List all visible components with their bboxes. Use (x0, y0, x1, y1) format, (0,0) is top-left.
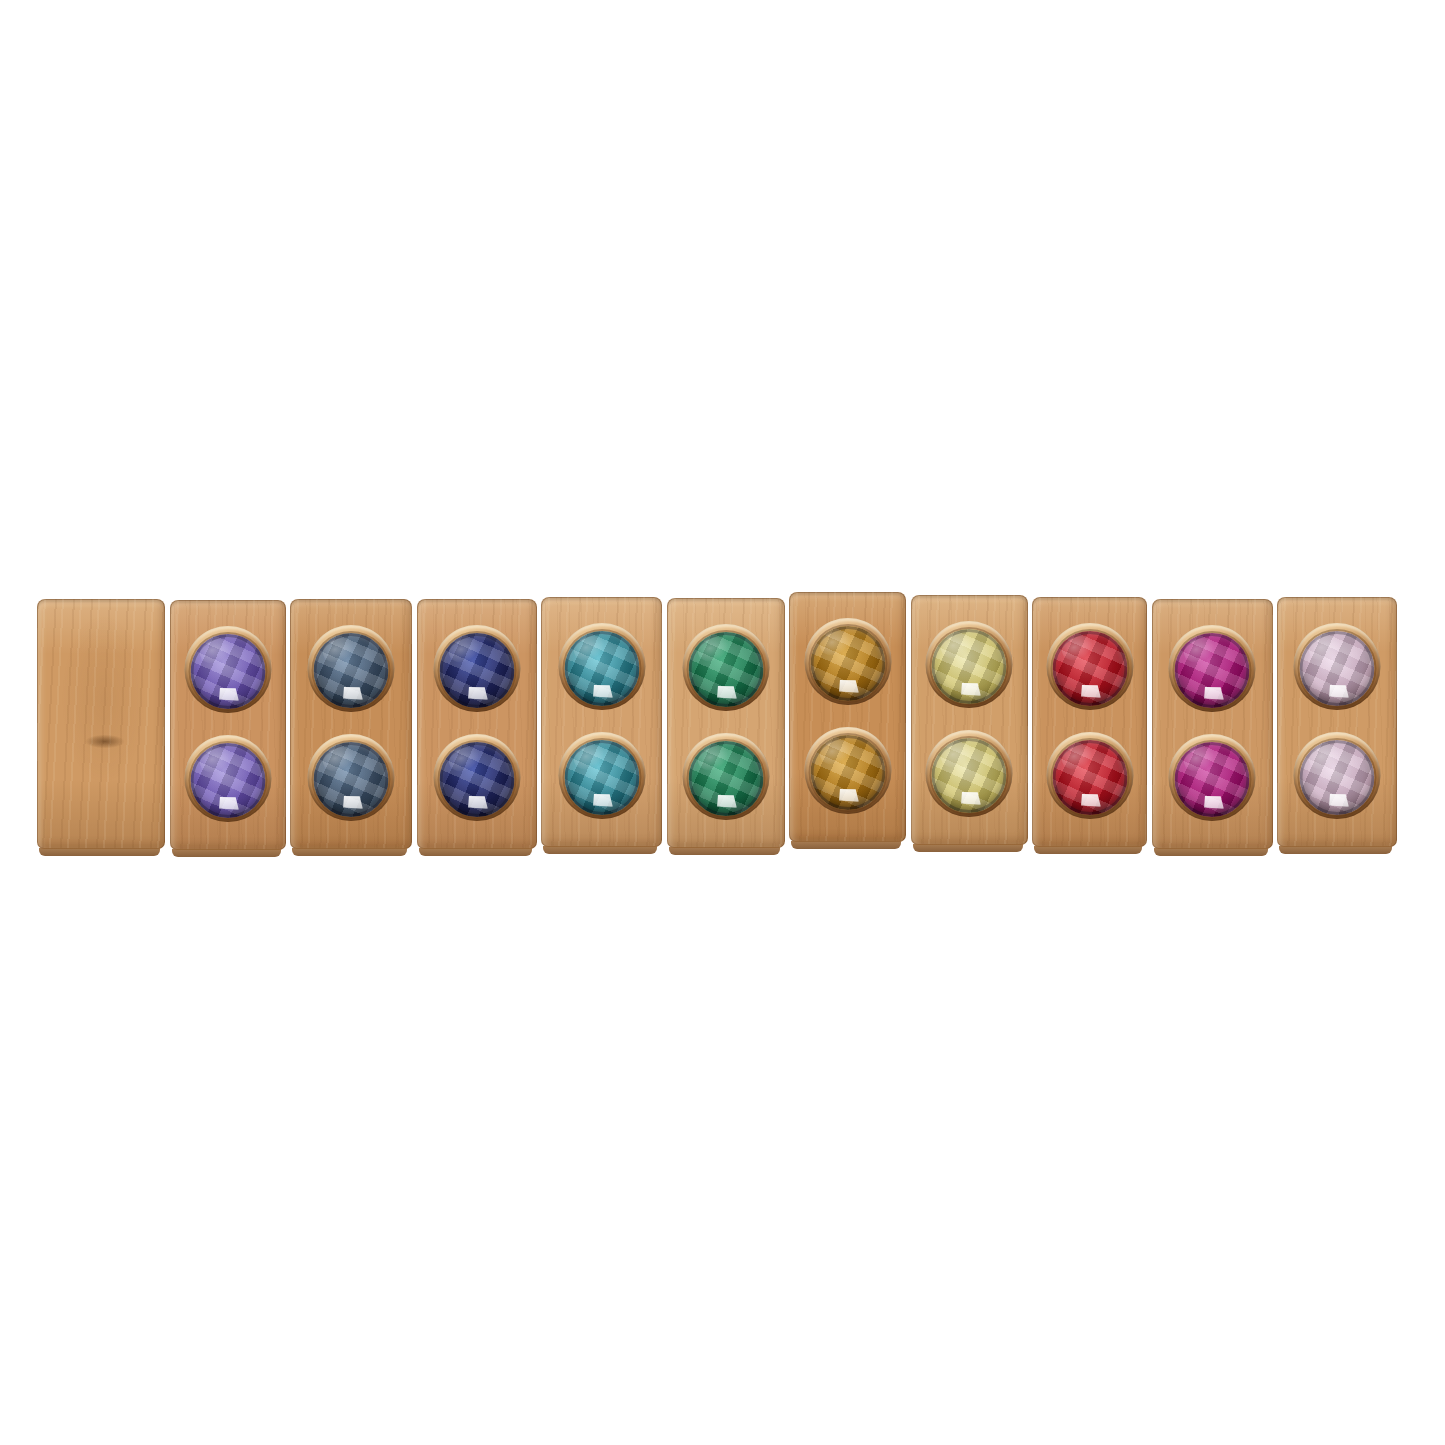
gem-block-teal[interactable] (541, 597, 662, 847)
gem-hole-bottom (926, 730, 1013, 817)
gem-hole-top (433, 625, 520, 712)
gem-hole-top (804, 618, 891, 705)
gem-hole-bottom (433, 734, 520, 821)
gem-hole-top (682, 624, 769, 711)
gem-pale-yellow-bottom[interactable] (932, 738, 1007, 813)
gem-block-green[interactable] (667, 598, 785, 848)
gem-hole-bottom (804, 727, 891, 814)
gem-navy-bottom[interactable] (439, 742, 514, 817)
gem-amber-bottom[interactable] (810, 735, 885, 810)
gem-block-navy[interactable] (417, 599, 537, 849)
gem-hole-bottom (1169, 734, 1256, 821)
gem-block-row (37, 597, 1397, 847)
gem-purple-top[interactable] (190, 634, 265, 709)
gem-block-magenta[interactable] (1152, 599, 1273, 849)
gem-block-red[interactable] (1032, 597, 1147, 847)
gem-hole-top (308, 625, 395, 712)
gem-hole-top (1294, 623, 1381, 710)
gem-amber-top[interactable] (810, 626, 885, 701)
gem-steel-blue-top[interactable] (314, 633, 389, 708)
gem-hole-top (1046, 623, 1133, 710)
gem-teal-bottom[interactable] (564, 740, 639, 815)
gem-red-top[interactable] (1052, 631, 1127, 706)
gem-pale-yellow-top[interactable] (932, 629, 1007, 704)
gem-hole-bottom (682, 733, 769, 820)
gem-magenta-top[interactable] (1175, 633, 1250, 708)
gem-magenta-bottom[interactable] (1175, 742, 1250, 817)
gem-steel-blue-bottom[interactable] (314, 742, 389, 817)
gem-red-bottom[interactable] (1052, 740, 1127, 815)
gem-green-top[interactable] (688, 632, 763, 707)
gem-hole-bottom (1046, 732, 1133, 819)
gem-green-bottom[interactable] (688, 741, 763, 816)
gem-block-amber[interactable] (789, 592, 906, 842)
gem-pink-bottom[interactable] (1300, 740, 1375, 815)
gem-block-purple[interactable] (170, 600, 286, 850)
gem-hole-bottom (184, 735, 271, 822)
gem-hole-top (184, 626, 271, 713)
gem-hole-top (1169, 625, 1256, 712)
gem-hole-bottom (308, 734, 395, 821)
gem-hole-bottom (1294, 732, 1381, 819)
gem-teal-top[interactable] (564, 631, 639, 706)
gem-pink-top[interactable] (1300, 631, 1375, 706)
gem-block-pale-yellow[interactable] (911, 595, 1028, 845)
product-photo (0, 0, 1445, 1445)
gem-hole-bottom (558, 732, 645, 819)
gem-hole-top (926, 621, 1013, 708)
gem-purple-bottom[interactable] (190, 743, 265, 818)
gem-navy-top[interactable] (439, 633, 514, 708)
plain-wood-block[interactable] (37, 599, 165, 849)
gem-block-pink[interactable] (1277, 597, 1397, 847)
gem-block-steel-blue[interactable] (290, 599, 412, 849)
gem-hole-top (558, 623, 645, 710)
